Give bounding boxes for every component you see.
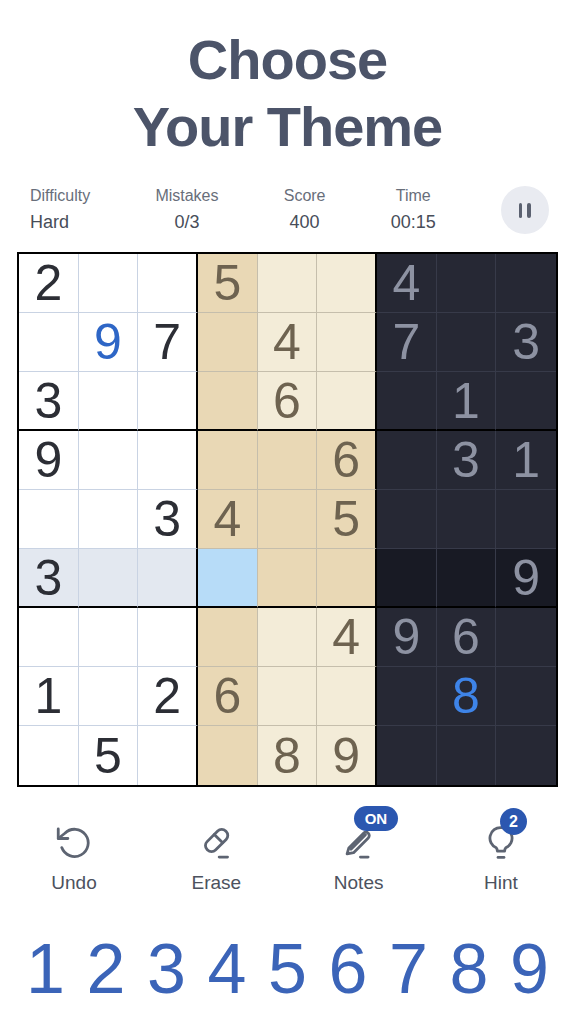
cell-r3c9[interactable] (496, 372, 556, 431)
cell-r6c8[interactable] (437, 549, 497, 608)
cell-r9c4[interactable] (198, 726, 258, 785)
cell-r2c5[interactable]: 4 (258, 313, 318, 372)
numpad-1[interactable]: 1 (26, 934, 65, 1004)
notes-on-badge: ON (354, 806, 399, 831)
cell-r3c4[interactable] (198, 372, 258, 431)
cell-r6c2[interactable] (79, 549, 139, 608)
cell-r8c2[interactable] (79, 667, 139, 726)
cell-r9c6[interactable]: 9 (317, 726, 377, 785)
pencil-icon: ON (338, 821, 380, 863)
cell-r1c7[interactable]: 4 (377, 254, 437, 313)
cell-r7c2[interactable] (79, 608, 139, 667)
numpad-8[interactable]: 8 (450, 934, 489, 1004)
notes-button[interactable]: ON Notes (313, 821, 405, 894)
numpad-3[interactable]: 3 (147, 934, 186, 1004)
cell-r2c4[interactable] (198, 313, 258, 372)
stat-difficulty: Difficulty Hard (30, 187, 90, 233)
cell-r9c3[interactable] (138, 726, 198, 785)
cell-r4c9[interactable]: 1 (496, 431, 556, 490)
cell-r9c1[interactable] (19, 726, 79, 785)
cell-r5c3[interactable]: 3 (138, 490, 198, 549)
stat-time: Time 00:15 (391, 187, 436, 233)
cell-r3c2[interactable] (79, 372, 139, 431)
cell-r7c3[interactable] (138, 608, 198, 667)
cell-r7c9[interactable] (496, 608, 556, 667)
mistakes-value: 0/3 (155, 212, 218, 233)
pause-icon (527, 203, 531, 218)
page-title: Choose Your Theme (0, 0, 575, 160)
cell-r9c7[interactable] (377, 726, 437, 785)
cell-r6c6[interactable] (317, 549, 377, 608)
lightbulb-icon: 2 (480, 821, 522, 863)
hint-label: Hint (484, 872, 518, 894)
cell-r9c5[interactable]: 8 (258, 726, 318, 785)
cell-r4c6[interactable]: 6 (317, 431, 377, 490)
cell-r1c2[interactable] (79, 254, 139, 313)
title-line-1: Choose (0, 26, 575, 93)
cell-r4c1[interactable]: 9 (19, 431, 79, 490)
cell-r7c4[interactable] (198, 608, 258, 667)
numpad-2[interactable]: 2 (87, 934, 126, 1004)
cell-r1c6[interactable] (317, 254, 377, 313)
sudoku-board: 254974733619631345394961268589 (17, 252, 558, 787)
cell-r3c3[interactable] (138, 372, 198, 431)
cell-r4c3[interactable] (138, 431, 198, 490)
difficulty-value: Hard (30, 212, 90, 233)
toolbar: Undo Erase ON Notes (0, 821, 575, 894)
cell-r5c9[interactable] (496, 490, 556, 549)
cell-r6c5[interactable] (258, 549, 318, 608)
numpad-6[interactable]: 6 (329, 934, 368, 1004)
cell-r3c8[interactable]: 1 (437, 372, 497, 431)
hint-button[interactable]: 2 Hint (455, 821, 547, 894)
stats-bar: Difficulty Hard Mistakes 0/3 Score 400 T… (0, 186, 575, 234)
cell-r3c6[interactable] (317, 372, 377, 431)
number-pad: 123456789 (0, 934, 575, 1004)
undo-icon (53, 821, 95, 863)
cell-r4c4[interactable] (198, 431, 258, 490)
cell-r2c2[interactable]: 9 (79, 313, 139, 372)
cell-r7c5[interactable] (258, 608, 318, 667)
cell-r4c5[interactable] (258, 431, 318, 490)
cell-r8c5[interactable] (258, 667, 318, 726)
cell-r1c1[interactable]: 2 (19, 254, 79, 313)
erase-button[interactable]: Erase (170, 821, 262, 894)
cell-r4c7[interactable] (377, 431, 437, 490)
cell-r5c2[interactable] (79, 490, 139, 549)
cell-r5c5[interactable] (258, 490, 318, 549)
cell-r2c7[interactable]: 7 (377, 313, 437, 372)
cell-r6c7[interactable] (377, 549, 437, 608)
cell-r7c7[interactable]: 9 (377, 608, 437, 667)
time-value: 00:15 (391, 212, 436, 233)
stat-score: Score 400 (284, 187, 326, 233)
cell-r3c5[interactable]: 6 (258, 372, 318, 431)
cell-r2c1[interactable] (19, 313, 79, 372)
cell-r5c7[interactable] (377, 490, 437, 549)
hint-count-badge: 2 (500, 808, 527, 835)
cell-r8c3[interactable]: 2 (138, 667, 198, 726)
cell-r8c1[interactable]: 1 (19, 667, 79, 726)
difficulty-label: Difficulty (30, 187, 90, 205)
undo-button[interactable]: Undo (28, 821, 120, 894)
cell-r7c6[interactable]: 4 (317, 608, 377, 667)
undo-label: Undo (51, 872, 96, 894)
pause-icon (519, 203, 523, 218)
cell-r8c6[interactable] (317, 667, 377, 726)
cell-r2c9[interactable]: 3 (496, 313, 556, 372)
stat-mistakes: Mistakes 0/3 (155, 187, 218, 233)
cell-r5c1[interactable] (19, 490, 79, 549)
title-line-2: Your Theme (0, 93, 575, 160)
cell-r6c4[interactable] (198, 549, 258, 608)
numpad-4[interactable]: 4 (208, 934, 247, 1004)
erase-label: Erase (192, 872, 242, 894)
cell-r4c8[interactable]: 3 (437, 431, 497, 490)
notes-label: Notes (334, 872, 384, 894)
eraser-icon (195, 821, 237, 863)
cell-r1c9[interactable] (496, 254, 556, 313)
cell-r6c3[interactable] (138, 549, 198, 608)
cell-r6c1[interactable]: 3 (19, 549, 79, 608)
mistakes-label: Mistakes (155, 187, 218, 205)
score-label: Score (284, 187, 326, 205)
cell-r8c9[interactable] (496, 667, 556, 726)
cell-r3c1[interactable]: 3 (19, 372, 79, 431)
cell-r5c6[interactable]: 5 (317, 490, 377, 549)
cell-r3c7[interactable] (377, 372, 437, 431)
cell-r1c3[interactable] (138, 254, 198, 313)
time-label: Time (391, 187, 436, 205)
cell-r8c8[interactable]: 8 (437, 667, 497, 726)
cell-r5c8[interactable] (437, 490, 497, 549)
numpad-5[interactable]: 5 (268, 934, 307, 1004)
numpad-7[interactable]: 7 (389, 934, 428, 1004)
cell-r2c8[interactable] (437, 313, 497, 372)
cell-r9c9[interactable] (496, 726, 556, 785)
cell-r1c4[interactable]: 5 (198, 254, 258, 313)
cell-r4c2[interactable] (79, 431, 139, 490)
cell-r7c8[interactable]: 6 (437, 608, 497, 667)
score-value: 400 (284, 212, 326, 233)
pause-button[interactable] (501, 186, 549, 234)
cell-r6c9[interactable]: 9 (496, 549, 556, 608)
cell-r1c5[interactable] (258, 254, 318, 313)
cell-r8c7[interactable] (377, 667, 437, 726)
cell-r2c6[interactable] (317, 313, 377, 372)
cell-r9c2[interactable]: 5 (79, 726, 139, 785)
cell-r7c1[interactable] (19, 608, 79, 667)
cell-r9c8[interactable] (437, 726, 497, 785)
cell-r5c4[interactable]: 4 (198, 490, 258, 549)
numpad-9[interactable]: 9 (510, 934, 549, 1004)
cell-r1c8[interactable] (437, 254, 497, 313)
cell-r2c3[interactable]: 7 (138, 313, 198, 372)
cell-r8c4[interactable]: 6 (198, 667, 258, 726)
